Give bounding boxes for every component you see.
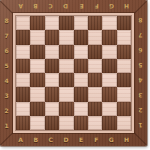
square-c3[interactable] [45,87,59,101]
square-d2[interactable] [59,102,73,116]
file-label-top-a: A [13,0,28,13]
rank-label-right-8: 8 [134,13,147,28]
square-f8[interactable] [88,16,102,30]
rank-label-left-7: 7 [0,28,13,43]
file-label-bottom-d: D [58,133,73,146]
square-a5[interactable] [16,59,30,73]
square-f5[interactable] [88,59,102,73]
rank-label-left-4: 4 [0,73,13,88]
rank-label-right-5: 5 [134,58,147,73]
square-h5[interactable] [117,59,131,73]
square-f1[interactable] [88,116,102,130]
rank-labels-left: 87654321 [0,13,13,133]
square-e2[interactable] [74,102,88,116]
frame-miter-bottom-left [0,132,13,145]
square-b4[interactable] [30,73,44,87]
rank-label-right-4: 4 [134,73,147,88]
square-f7[interactable] [88,30,102,44]
square-e7[interactable] [74,30,88,44]
file-label-top-h: H [119,0,134,13]
square-a8[interactable] [16,16,30,30]
square-f4[interactable] [88,73,102,87]
rank-label-left-1: 1 [0,118,13,133]
file-label-bottom-c: C [43,133,58,146]
chess-board: ABCDEFGH ABCDEFGH 87654321 87654321 [0,0,147,146]
rank-label-left-8: 8 [0,13,13,28]
file-label-top-b: B [28,0,43,13]
square-a2[interactable] [16,102,30,116]
rank-label-left-2: 2 [0,103,13,118]
square-e5[interactable] [74,59,88,73]
square-b6[interactable] [30,45,44,59]
file-labels-top: ABCDEFGH [13,0,134,13]
file-label-bottom-f: F [89,133,104,146]
square-h4[interactable] [117,73,131,87]
file-label-top-d: D [58,0,73,13]
square-f3[interactable] [88,87,102,101]
square-d8[interactable] [59,16,73,30]
file-label-top-c: C [43,0,58,13]
square-h3[interactable] [117,87,131,101]
file-label-bottom-g: G [104,133,119,146]
file-label-bottom-a: A [13,133,28,146]
square-e4[interactable] [74,73,88,87]
square-a3[interactable] [16,87,30,101]
square-h1[interactable] [117,116,131,130]
file-label-top-e: E [74,0,89,13]
square-a7[interactable] [16,30,30,44]
square-h6[interactable] [117,45,131,59]
square-e6[interactable] [74,45,88,59]
square-d5[interactable] [59,59,73,73]
rank-label-left-3: 3 [0,88,13,103]
square-b1[interactable] [30,116,44,130]
square-c7[interactable] [45,30,59,44]
rank-label-right-1: 1 [134,118,147,133]
square-g3[interactable] [102,87,116,101]
rank-label-right-3: 3 [134,88,147,103]
rank-labels-right: 87654321 [134,13,147,133]
square-c2[interactable] [45,102,59,116]
square-a1[interactable] [16,116,30,130]
square-e1[interactable] [74,116,88,130]
file-label-top-f: F [89,0,104,13]
square-e3[interactable] [74,87,88,101]
square-g4[interactable] [102,73,116,87]
square-f2[interactable] [88,102,102,116]
board-grid [16,16,131,130]
file-label-bottom-b: B [28,133,43,146]
rank-label-left-6: 6 [0,43,13,58]
rank-label-left-5: 5 [0,58,13,73]
square-a4[interactable] [16,73,30,87]
square-g5[interactable] [102,59,116,73]
square-c5[interactable] [45,59,59,73]
file-label-top-g: G [104,0,119,13]
file-labels-bottom: ABCDEFGH [13,133,134,146]
square-h2[interactable] [117,102,131,116]
square-e8[interactable] [74,16,88,30]
file-label-bottom-e: E [74,133,89,146]
frame-miter-bottom-right [134,132,147,145]
square-d3[interactable] [59,87,73,101]
square-h7[interactable] [117,30,131,44]
square-f6[interactable] [88,45,102,59]
square-d4[interactable] [59,73,73,87]
frame-miter-top-right [134,0,147,13]
square-g8[interactable] [102,16,116,30]
square-g7[interactable] [102,30,116,44]
square-c8[interactable] [45,16,59,30]
rank-label-right-6: 6 [134,43,147,58]
rank-label-right-7: 7 [134,28,147,43]
square-b7[interactable] [30,30,44,44]
square-g2[interactable] [102,102,116,116]
square-c1[interactable] [45,116,59,130]
square-h8[interactable] [117,16,131,30]
square-b8[interactable] [30,16,44,30]
square-c4[interactable] [45,73,59,87]
square-b5[interactable] [30,59,44,73]
square-g6[interactable] [102,45,116,59]
square-b3[interactable] [30,87,44,101]
board-inlay-border [13,13,134,133]
page: { "game": "chess", "variant": "standard"… [0,0,150,150]
rank-label-right-2: 2 [134,103,147,118]
square-d7[interactable] [59,30,73,44]
square-a6[interactable] [16,45,30,59]
frame-miter-top-left [0,0,13,13]
file-label-bottom-h: H [119,133,134,146]
square-b2[interactable] [30,102,44,116]
square-d1[interactable] [59,116,73,130]
square-g1[interactable] [102,116,116,130]
square-d6[interactable] [59,45,73,59]
square-c6[interactable] [45,45,59,59]
